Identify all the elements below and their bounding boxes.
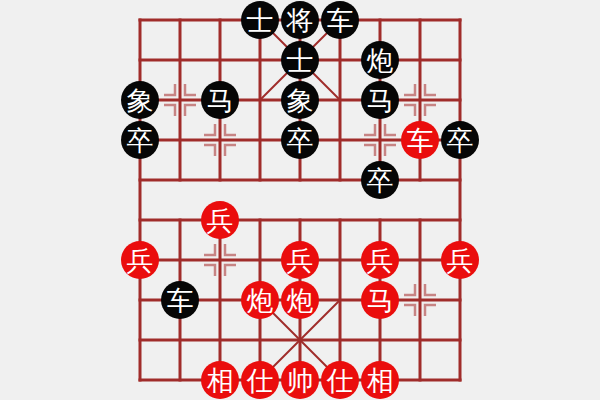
piece-black-pawn[interactable]: 卒 xyxy=(281,121,319,159)
star-marker xyxy=(185,105,196,116)
piece-red-pawn[interactable]: 兵 xyxy=(281,241,319,279)
piece-black-pawn[interactable]: 卒 xyxy=(121,121,159,159)
piece-black-pawn[interactable]: 卒 xyxy=(441,121,479,159)
star-marker xyxy=(204,244,215,255)
piece-red-general[interactable]: 帅 xyxy=(281,361,319,399)
star-marker xyxy=(425,284,436,295)
piece-red-pawn[interactable]: 兵 xyxy=(201,201,239,239)
piece-black-elephant[interactable]: 象 xyxy=(281,81,319,119)
star-marker xyxy=(404,284,415,295)
star-marker xyxy=(185,84,196,95)
star-marker xyxy=(225,124,236,135)
star-marker xyxy=(225,145,236,156)
piece-black-chariot[interactable]: 车 xyxy=(161,281,199,319)
star-marker xyxy=(364,145,375,156)
star-marker xyxy=(385,124,396,135)
star-marker xyxy=(404,305,415,316)
piece-red-elephant[interactable]: 相 xyxy=(361,361,399,399)
star-marker xyxy=(425,84,436,95)
piece-red-advisor[interactable]: 仕 xyxy=(321,361,359,399)
piece-black-horse[interactable]: 马 xyxy=(201,81,239,119)
star-marker xyxy=(404,105,415,116)
piece-red-elephant[interactable]: 相 xyxy=(201,361,239,399)
star-marker xyxy=(204,124,215,135)
star-marker xyxy=(164,105,175,116)
piece-black-pawn[interactable]: 卒 xyxy=(361,161,399,199)
piece-black-general[interactable]: 将 xyxy=(281,1,319,39)
star-marker xyxy=(385,145,396,156)
piece-red-pawn[interactable]: 兵 xyxy=(361,241,399,279)
piece-black-advisor[interactable]: 士 xyxy=(281,41,319,79)
piece-red-cannon[interactable]: 炮 xyxy=(281,281,319,319)
piece-red-pawn[interactable]: 兵 xyxy=(121,241,159,279)
piece-black-elephant[interactable]: 象 xyxy=(121,81,159,119)
xiangqi-app-canvas: 士将车士炮象马象马卒卒车卒卒兵兵兵兵兵车炮炮马相仕帅仕相 xyxy=(0,0,600,400)
star-marker xyxy=(404,84,415,95)
star-marker xyxy=(204,145,215,156)
piece-black-cannon[interactable]: 炮 xyxy=(361,41,399,79)
piece-red-pawn[interactable]: 兵 xyxy=(441,241,479,279)
piece-black-advisor[interactable]: 士 xyxy=(241,1,279,39)
star-marker xyxy=(425,105,436,116)
star-marker xyxy=(364,124,375,135)
star-marker xyxy=(425,305,436,316)
star-marker xyxy=(225,265,236,276)
piece-black-horse[interactable]: 马 xyxy=(361,81,399,119)
piece-red-chariot[interactable]: 车 xyxy=(401,121,439,159)
piece-red-cannon[interactable]: 炮 xyxy=(241,281,279,319)
star-marker xyxy=(225,244,236,255)
piece-red-horse[interactable]: 马 xyxy=(361,281,399,319)
piece-black-chariot[interactable]: 车 xyxy=(321,1,359,39)
star-marker xyxy=(204,265,215,276)
piece-red-advisor[interactable]: 仕 xyxy=(241,361,279,399)
star-marker xyxy=(164,84,175,95)
